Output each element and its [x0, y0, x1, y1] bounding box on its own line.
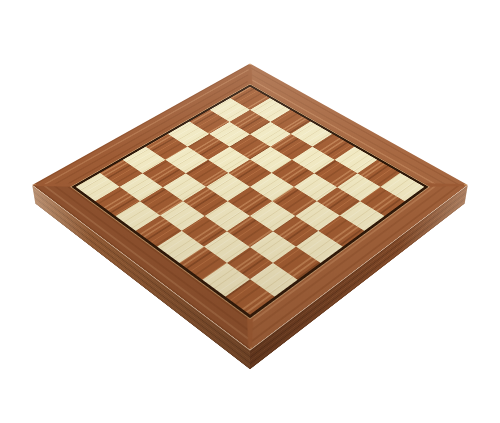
perspective-wrapper [0, 0, 500, 396]
board-square[interactable] [115, 201, 160, 231]
board-square[interactable] [179, 246, 226, 279]
board-square[interactable] [160, 201, 205, 231]
board-square[interactable] [95, 186, 139, 215]
board-square[interactable] [318, 215, 364, 246]
board-square[interactable] [340, 201, 385, 231]
board-square[interactable] [296, 230, 342, 262]
board-square[interactable] [139, 186, 183, 215]
board-square[interactable] [274, 246, 321, 279]
photo-background [0, 0, 500, 423]
board-square[interactable] [226, 246, 273, 279]
board-square[interactable] [250, 262, 298, 296]
board-square[interactable] [202, 262, 250, 296]
board-square[interactable] [316, 186, 360, 215]
board-top-face [32, 63, 468, 350]
board-square[interactable] [250, 230, 296, 262]
board-square[interactable] [205, 201, 250, 231]
chessboard [32, 63, 468, 350]
board-square[interactable] [361, 186, 405, 215]
board-square[interactable] [228, 186, 272, 215]
board-square[interactable] [227, 215, 273, 246]
board-square[interactable] [204, 230, 250, 262]
board-square[interactable] [272, 186, 316, 215]
board-square[interactable] [184, 186, 228, 215]
board-square[interactable] [136, 215, 182, 246]
board-square[interactable] [182, 215, 228, 246]
board-square[interactable] [226, 279, 275, 314]
board-square[interactable] [295, 201, 340, 231]
board-square[interactable] [157, 230, 203, 262]
board-square[interactable] [250, 201, 295, 231]
board-square[interactable] [273, 215, 319, 246]
